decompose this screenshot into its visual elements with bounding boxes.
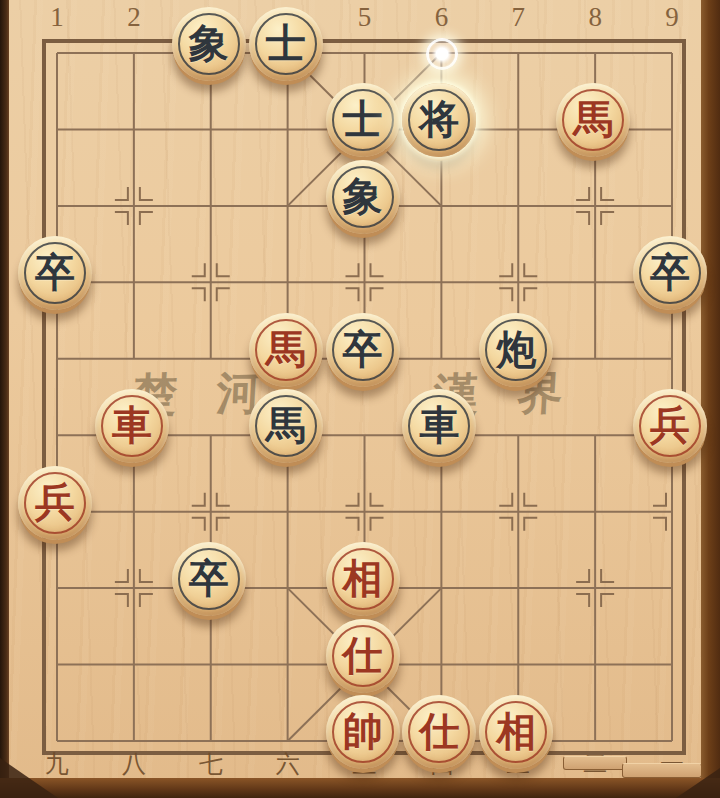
piece-glyph: 車 bbox=[112, 389, 152, 463]
point-marker bbox=[140, 212, 153, 225]
point-marker bbox=[115, 187, 128, 200]
point-marker bbox=[371, 288, 384, 301]
point-marker bbox=[601, 569, 614, 582]
file-label-bottom-4: 六 bbox=[276, 752, 300, 776]
point-marker bbox=[217, 493, 230, 506]
point-marker bbox=[371, 518, 384, 531]
piece-glyph: 炮 bbox=[496, 313, 536, 387]
point-marker bbox=[371, 493, 384, 506]
piece-glyph: 士 bbox=[266, 7, 306, 81]
point-marker bbox=[192, 518, 205, 531]
file-label-top-8: 8 bbox=[588, 4, 602, 31]
point-marker bbox=[576, 569, 589, 582]
piece-black-horse[interactable]: 馬 bbox=[249, 389, 323, 463]
piece-black-soldier[interactable]: 卒 bbox=[18, 236, 92, 310]
board-front-edge bbox=[0, 778, 720, 798]
point-marker bbox=[346, 493, 359, 506]
frame-trim-tab bbox=[563, 756, 627, 770]
point-marker bbox=[140, 187, 153, 200]
file-label-top-2: 2 bbox=[127, 4, 141, 31]
point-marker bbox=[371, 263, 384, 276]
point-marker bbox=[499, 493, 512, 506]
piece-glyph: 馬 bbox=[266, 389, 306, 463]
piece-red-chariot[interactable]: 車 bbox=[95, 389, 169, 463]
piece-glyph: 仕 bbox=[419, 695, 459, 769]
file-label-bottom-2: 八 bbox=[122, 752, 146, 776]
piece-red-elephant[interactable]: 相 bbox=[326, 542, 400, 616]
piece-glyph: 馬 bbox=[573, 83, 613, 157]
piece-glyph: 車 bbox=[419, 389, 459, 463]
file-label-top-5: 5 bbox=[358, 4, 372, 31]
frame-rail-right bbox=[701, 0, 720, 798]
piece-red-elephant[interactable]: 相 bbox=[479, 695, 553, 769]
piece-glyph: 馬 bbox=[266, 313, 306, 387]
piece-glyph: 卒 bbox=[650, 236, 690, 310]
point-marker bbox=[653, 493, 666, 506]
frame-rail-left bbox=[0, 0, 9, 798]
point-marker bbox=[576, 187, 589, 200]
piece-glyph: 兵 bbox=[650, 389, 690, 463]
file-label-top-6: 6 bbox=[435, 4, 449, 31]
piece-black-elephant[interactable]: 象 bbox=[172, 7, 246, 81]
point-marker bbox=[115, 594, 128, 607]
piece-red-general[interactable]: 帥 bbox=[326, 695, 400, 769]
point-marker bbox=[524, 288, 537, 301]
point-marker bbox=[499, 263, 512, 276]
piece-glyph: 相 bbox=[496, 695, 536, 769]
piece-glyph: 卒 bbox=[343, 313, 383, 387]
point-marker bbox=[140, 569, 153, 582]
point-marker bbox=[601, 187, 614, 200]
point-marker bbox=[217, 518, 230, 531]
piece-glyph: 相 bbox=[343, 542, 383, 616]
point-marker bbox=[524, 493, 537, 506]
point-marker bbox=[601, 594, 614, 607]
piece-black-advisor[interactable]: 士 bbox=[326, 83, 400, 157]
point-marker bbox=[115, 569, 128, 582]
file-label-top-1: 1 bbox=[50, 4, 64, 31]
point-marker bbox=[217, 288, 230, 301]
piece-glyph: 象 bbox=[189, 7, 229, 81]
piece-black-elephant[interactable]: 象 bbox=[326, 160, 400, 234]
point-marker bbox=[115, 212, 128, 225]
file-label-top-9: 9 bbox=[665, 4, 679, 31]
piece-black-cannon[interactable]: 炮 bbox=[479, 313, 553, 387]
piece-black-soldier[interactable]: 卒 bbox=[172, 542, 246, 616]
point-marker bbox=[524, 518, 537, 531]
piece-glyph: 帥 bbox=[343, 695, 383, 769]
piece-red-advisor[interactable]: 仕 bbox=[402, 695, 476, 769]
point-marker bbox=[346, 263, 359, 276]
piece-glyph: 象 bbox=[343, 160, 383, 234]
file-label-bottom-3: 七 bbox=[199, 752, 223, 776]
point-marker bbox=[192, 493, 205, 506]
piece-glyph: 卒 bbox=[35, 236, 75, 310]
piece-red-soldier[interactable]: 兵 bbox=[18, 466, 92, 540]
point-marker bbox=[192, 263, 205, 276]
piece-red-advisor[interactable]: 仕 bbox=[326, 619, 400, 693]
file-label-top-7: 7 bbox=[512, 4, 526, 31]
piece-red-soldier[interactable]: 兵 bbox=[633, 389, 707, 463]
point-marker bbox=[192, 288, 205, 301]
piece-black-soldier[interactable]: 卒 bbox=[326, 313, 400, 387]
piece-glyph: 卒 bbox=[189, 542, 229, 616]
point-marker bbox=[576, 212, 589, 225]
piece-black-advisor[interactable]: 士 bbox=[249, 7, 323, 81]
piece-glyph: 士 bbox=[343, 83, 383, 157]
point-marker bbox=[499, 288, 512, 301]
frame-trim-tab bbox=[622, 763, 702, 778]
point-marker bbox=[346, 288, 359, 301]
point-marker bbox=[346, 518, 359, 531]
xiangqi-board: 楚 河 漢 界 123456789 九八七六五四三二一 象士士将馬象卒卒馬卒炮車… bbox=[0, 0, 720, 798]
file-label-bottom-1: 九 bbox=[45, 752, 69, 776]
piece-glyph: 将 bbox=[419, 83, 459, 157]
piece-red-horse[interactable]: 馬 bbox=[249, 313, 323, 387]
point-marker bbox=[499, 518, 512, 531]
point-marker bbox=[576, 594, 589, 607]
piece-glyph: 兵 bbox=[35, 466, 75, 540]
point-marker bbox=[601, 212, 614, 225]
point-marker bbox=[140, 594, 153, 607]
point-marker bbox=[217, 263, 230, 276]
point-marker bbox=[524, 263, 537, 276]
piece-black-soldier[interactable]: 卒 bbox=[633, 236, 707, 310]
point-marker bbox=[653, 518, 666, 531]
piece-glyph: 仕 bbox=[343, 619, 383, 693]
